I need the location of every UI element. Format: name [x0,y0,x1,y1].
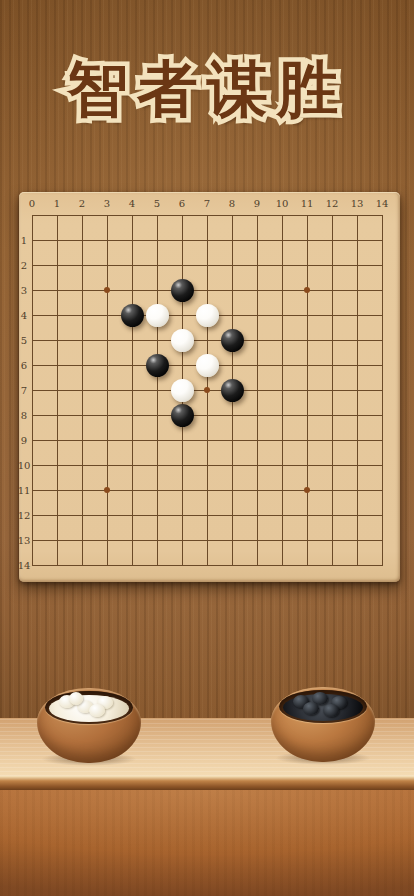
white-stone [171,329,194,352]
row-label-14: 14 [18,560,31,571]
bowl-opening [45,691,132,724]
shelf-front-panel [0,790,414,896]
black-stone [171,279,194,302]
col-label-14: 14 [376,198,389,209]
col-label-6: 6 [179,198,185,209]
white-stones-bowl [37,688,141,763]
app-title: 智者谋胜 智者谋胜 [0,44,414,134]
white-stone [171,379,194,402]
col-label-2: 2 [79,198,85,209]
star-point [104,287,110,293]
shelf-front-edge [0,776,414,790]
black-stone [221,379,244,402]
row-label-1: 1 [21,235,27,246]
bowl-opening [279,690,366,723]
row-label-9: 9 [21,435,27,446]
col-label-7: 7 [204,198,210,209]
white-stone [146,304,169,327]
row-label-12: 12 [18,510,31,521]
col-label-10: 10 [276,198,289,209]
black-stone [171,404,194,427]
col-label-13: 13 [351,198,364,209]
row-label-13: 13 [18,535,31,546]
col-label-9: 9 [254,198,260,209]
row-label-10: 10 [18,460,31,471]
col-label-0: 0 [29,198,35,209]
row-label-8: 8 [21,410,27,421]
row-label-6: 6 [21,360,27,371]
star-point [304,487,310,493]
black-stone [221,329,244,352]
app-title-text: 智者谋胜 [0,44,414,134]
white-stone [196,304,219,327]
row-label-3: 3 [21,285,27,296]
col-label-1: 1 [54,198,60,209]
col-label-11: 11 [301,198,314,209]
row-label-2: 2 [21,260,27,271]
col-label-4: 4 [129,198,135,209]
col-label-3: 3 [104,198,110,209]
white-stone [196,354,219,377]
col-label-12: 12 [326,198,339,209]
black-stone [146,354,169,377]
row-label-11: 11 [18,485,31,496]
star-point [104,487,110,493]
star-point [304,287,310,293]
row-label-4: 4 [21,310,27,321]
row-label-5: 5 [21,335,27,346]
star-point [204,387,210,393]
gomoku-app-screen: 智者谋胜 智者谋胜 012345678910111213141234567891… [0,0,414,896]
col-label-8: 8 [229,198,235,209]
black-stones-bowl [271,687,375,762]
col-label-5: 5 [154,198,160,209]
gomoku-board[interactable]: 012345678910111213141234567891011121314 [19,192,400,582]
black-stone [121,304,144,327]
row-label-7: 7 [21,385,27,396]
